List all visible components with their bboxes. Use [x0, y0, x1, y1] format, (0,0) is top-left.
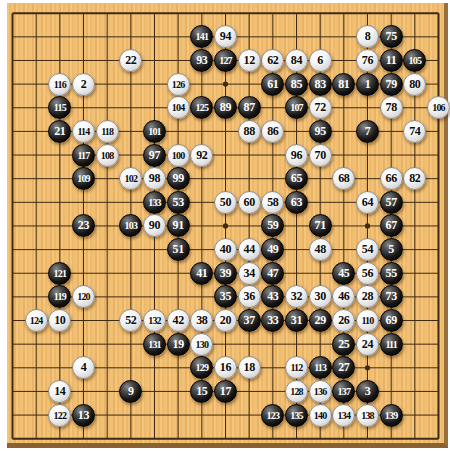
stone-white-114: 114	[72, 120, 95, 143]
move-number: 105	[409, 54, 422, 65]
move-number: 5	[388, 242, 394, 257]
move-number: 140	[314, 409, 327, 420]
move-number: 15	[196, 383, 207, 398]
go-board[interactable]: 1419487522931271262846761110511621266185…	[7, 3, 448, 448]
move-number: 27	[338, 360, 349, 375]
move-number: 122	[54, 409, 67, 420]
stone-white-88: 88	[238, 120, 261, 143]
move-number: 34	[243, 265, 254, 280]
stone-black-19: 19	[167, 333, 190, 356]
stone-white-40: 40	[214, 238, 237, 261]
move-number: 95	[314, 123, 325, 138]
move-number: 71	[314, 218, 325, 233]
stone-black-39: 39	[214, 262, 237, 285]
move-number: 62	[267, 52, 278, 67]
move-number: 100	[172, 149, 185, 160]
move-number: 4	[81, 360, 87, 375]
stone-white-54: 54	[356, 238, 379, 261]
move-number: 136	[314, 385, 327, 396]
stone-black-67: 67	[380, 214, 403, 237]
move-number: 33	[267, 313, 278, 328]
move-number: 97	[149, 147, 160, 162]
move-number: 47	[267, 265, 278, 280]
stone-white-84: 84	[285, 49, 308, 72]
star-point	[223, 82, 228, 87]
stone-white-44: 44	[238, 238, 261, 261]
move-number: 110	[361, 315, 373, 326]
move-number: 108	[101, 149, 114, 160]
move-number: 112	[290, 362, 302, 373]
stone-black-17: 17	[214, 380, 237, 403]
stone-white-140: 140	[309, 404, 332, 427]
move-number: 83	[314, 76, 325, 91]
move-number: 51	[172, 242, 183, 257]
move-number: 53	[172, 194, 183, 209]
move-number: 79	[385, 76, 396, 91]
move-number: 137	[338, 385, 351, 396]
move-number: 86	[267, 123, 278, 138]
stone-black-97: 97	[143, 144, 166, 167]
move-number: 20	[220, 313, 231, 328]
move-number: 138	[361, 409, 374, 420]
stone-black-81: 81	[332, 73, 355, 96]
stone-black-87: 87	[238, 96, 261, 119]
move-number: 59	[267, 218, 278, 233]
move-number: 58	[267, 194, 278, 209]
move-number: 38	[196, 313, 207, 328]
stone-white-118: 118	[96, 120, 119, 143]
move-number: 29	[314, 313, 325, 328]
stone-white-116: 116	[48, 73, 71, 96]
move-number: 80	[409, 76, 420, 91]
move-number: 82	[409, 171, 420, 186]
move-number: 103	[125, 220, 138, 231]
stone-white-138: 138	[356, 404, 379, 427]
stone-black-127: 127	[214, 49, 237, 72]
move-number: 63	[291, 194, 302, 209]
stone-black-79: 79	[380, 73, 403, 96]
move-number: 31	[291, 313, 302, 328]
move-number: 22	[125, 52, 136, 67]
move-number: 88	[243, 123, 254, 138]
stone-black-45: 45	[332, 262, 355, 285]
move-number: 14	[54, 383, 65, 398]
move-number: 92	[196, 147, 207, 162]
stone-black-5: 5	[380, 238, 403, 261]
move-number: 69	[385, 313, 396, 328]
stone-black-111: 111	[380, 333, 403, 356]
go-kifu-screenshot: { "game": "go", "board_size": 19, "diagr…	[0, 0, 450, 453]
stone-white-58: 58	[261, 191, 284, 214]
move-number: 94	[220, 29, 231, 44]
move-number: 12	[243, 52, 254, 67]
move-number: 10	[54, 313, 65, 328]
move-number: 1	[365, 76, 371, 91]
stone-black-13: 13	[72, 404, 95, 427]
move-number: 134	[338, 409, 351, 420]
stone-white-80: 80	[403, 73, 426, 96]
stone-black-55: 55	[380, 262, 403, 285]
stone-black-41: 41	[190, 262, 213, 285]
move-number: 118	[101, 125, 113, 136]
stone-white-42: 42	[167, 309, 190, 332]
stone-white-2: 2	[72, 73, 95, 96]
move-number: 32	[291, 289, 302, 304]
move-number: 85	[291, 76, 302, 91]
move-number: 61	[267, 76, 278, 91]
stone-black-61: 61	[261, 73, 284, 96]
stone-black-31: 31	[285, 309, 308, 332]
move-number: 39	[220, 265, 231, 280]
move-number: 117	[77, 149, 89, 160]
stone-black-7: 7	[356, 120, 379, 143]
move-number: 3	[365, 383, 371, 398]
stone-black-53: 53	[167, 191, 190, 214]
stone-white-30: 30	[309, 285, 332, 308]
stone-black-113: 113	[309, 356, 332, 379]
move-number: 125	[196, 102, 209, 113]
move-number: 123	[267, 409, 280, 420]
stone-black-83: 83	[309, 73, 332, 96]
move-number: 74	[409, 123, 420, 138]
move-number: 90	[149, 218, 160, 233]
move-number: 24	[362, 336, 373, 351]
move-number: 7	[365, 123, 371, 138]
stone-black-3: 3	[356, 380, 379, 403]
move-number: 98	[149, 171, 160, 186]
stone-black-85: 85	[285, 73, 308, 96]
move-number: 96	[291, 147, 302, 162]
move-number: 113	[314, 362, 326, 373]
move-number: 102	[125, 173, 138, 184]
move-number: 67	[385, 218, 396, 233]
stone-black-29: 29	[309, 309, 332, 332]
move-number: 50	[220, 194, 231, 209]
stone-white-96: 96	[285, 144, 308, 167]
move-number: 73	[385, 289, 396, 304]
move-number: 133	[148, 196, 161, 207]
move-number: 75	[385, 29, 396, 44]
move-number: 129	[196, 362, 209, 373]
move-number: 126	[172, 78, 185, 89]
stone-white-18: 18	[238, 356, 261, 379]
move-number: 18	[243, 360, 254, 375]
move-number: 65	[291, 171, 302, 186]
stone-black-121: 121	[48, 262, 71, 285]
stone-white-126: 126	[167, 73, 190, 96]
stone-white-136: 136	[309, 380, 332, 403]
move-number: 131	[148, 338, 161, 349]
move-number: 28	[362, 289, 373, 304]
move-number: 8	[365, 29, 371, 44]
stone-black-25: 25	[332, 333, 355, 356]
move-number: 43	[267, 289, 278, 304]
stone-white-20: 20	[214, 309, 237, 332]
move-number: 48	[314, 242, 325, 257]
move-number: 120	[77, 291, 90, 302]
stone-black-117: 117	[72, 144, 95, 167]
move-number: 109	[77, 173, 90, 184]
stone-white-76: 76	[356, 49, 379, 72]
stone-white-64: 64	[356, 191, 379, 214]
move-number: 13	[78, 407, 89, 422]
stone-black-131: 131	[143, 333, 166, 356]
move-number: 68	[338, 171, 349, 186]
stone-white-122: 122	[48, 404, 71, 427]
move-number: 16	[220, 360, 231, 375]
move-number: 141	[196, 31, 209, 42]
stone-black-51: 51	[167, 238, 190, 261]
move-number: 66	[385, 171, 396, 186]
move-number: 54	[362, 242, 373, 257]
move-number: 107	[290, 102, 303, 113]
move-number: 36	[243, 289, 254, 304]
move-number: 57	[385, 194, 396, 209]
stone-black-69: 69	[380, 309, 403, 332]
move-number: 72	[314, 100, 325, 115]
move-number: 93	[196, 52, 207, 67]
move-number: 40	[220, 242, 231, 257]
move-number: 91	[172, 218, 183, 233]
stone-white-34: 34	[238, 262, 261, 285]
move-number: 30	[314, 289, 325, 304]
move-number: 9	[128, 383, 134, 398]
stone-white-104: 104	[167, 96, 190, 119]
move-number: 111	[385, 338, 397, 349]
star-point	[223, 223, 228, 228]
move-number: 45	[338, 265, 349, 280]
move-number: 81	[338, 76, 349, 91]
move-number: 99	[172, 171, 183, 186]
stone-black-57: 57	[380, 191, 403, 214]
stone-white-70: 70	[309, 144, 332, 167]
move-number: 17	[220, 383, 231, 398]
stone-white-56: 56	[356, 262, 379, 285]
stone-black-133: 133	[143, 191, 166, 214]
move-number: 26	[338, 313, 349, 328]
stone-black-91: 91	[167, 214, 190, 237]
stone-black-139: 139	[380, 404, 403, 427]
move-number: 64	[362, 194, 373, 209]
move-number: 42	[172, 313, 183, 328]
move-number: 128	[290, 385, 303, 396]
stone-black-135: 135	[285, 404, 308, 427]
move-number: 119	[54, 291, 66, 302]
stone-white-50: 50	[214, 191, 237, 214]
stone-black-73: 73	[380, 285, 403, 308]
move-number: 6	[317, 52, 323, 67]
move-number: 23	[78, 218, 89, 233]
move-number: 130	[196, 338, 209, 349]
stone-black-47: 47	[261, 262, 284, 285]
stone-black-95: 95	[309, 120, 332, 143]
move-number: 44	[243, 242, 254, 257]
stone-white-106: 106	[427, 96, 450, 119]
move-number: 84	[291, 52, 302, 67]
move-number: 89	[220, 100, 231, 115]
move-number: 87	[243, 100, 254, 115]
stone-black-1: 1	[356, 73, 379, 96]
move-number: 70	[314, 147, 325, 162]
move-number: 76	[362, 52, 373, 67]
stone-black-63: 63	[285, 191, 308, 214]
stone-white-132: 132	[143, 309, 166, 332]
move-number: 127	[219, 54, 232, 65]
move-number: 35	[220, 289, 231, 304]
move-number: 116	[54, 78, 66, 89]
stone-black-75: 75	[380, 25, 403, 48]
stone-white-12: 12	[238, 49, 261, 72]
stone-white-6: 6	[309, 49, 332, 72]
move-number: 106	[432, 102, 445, 113]
stone-white-110: 110	[356, 309, 379, 332]
stone-white-130: 130	[190, 333, 213, 356]
stone-white-124: 124	[25, 309, 48, 332]
stone-black-101: 101	[143, 120, 166, 143]
stone-black-123: 123	[261, 404, 284, 427]
star-point	[365, 365, 370, 370]
move-number: 104	[172, 102, 185, 113]
move-number: 135	[290, 409, 303, 420]
move-number: 60	[243, 194, 254, 209]
stone-white-78: 78	[380, 96, 403, 119]
move-number: 49	[267, 242, 278, 257]
move-number: 11	[386, 52, 397, 67]
move-number: 37	[243, 313, 254, 328]
move-number: 21	[54, 123, 65, 138]
move-number: 101	[148, 125, 161, 136]
stone-white-48: 48	[309, 238, 332, 261]
stone-white-24: 24	[356, 333, 379, 356]
move-number: 2	[81, 76, 87, 91]
move-number: 19	[172, 336, 183, 351]
stone-black-11: 11	[380, 49, 403, 72]
stone-black-37: 37	[238, 309, 261, 332]
move-number: 46	[338, 289, 349, 304]
move-number: 114	[77, 125, 89, 136]
stone-white-134: 134	[332, 404, 355, 427]
move-number: 55	[385, 265, 396, 280]
stone-white-72: 72	[309, 96, 332, 119]
stone-white-128: 128	[285, 380, 308, 403]
move-number: 121	[54, 267, 67, 278]
stone-white-60: 60	[238, 191, 261, 214]
move-number: 25	[338, 336, 349, 351]
move-number: 139	[385, 409, 398, 420]
stone-white-108: 108	[96, 144, 119, 167]
stone-black-99: 99	[167, 167, 190, 190]
move-number: 124	[30, 315, 43, 326]
move-number: 56	[362, 265, 373, 280]
star-point	[365, 223, 370, 228]
move-number: 132	[148, 315, 161, 326]
move-number: 41	[196, 265, 207, 280]
stone-white-66: 66	[380, 167, 403, 190]
stone-white-100: 100	[167, 144, 190, 167]
move-number: 52	[125, 313, 136, 328]
stone-white-36: 36	[238, 285, 261, 308]
move-number: 115	[54, 102, 66, 113]
stone-white-92: 92	[190, 144, 213, 167]
stone-black-71: 71	[309, 214, 332, 237]
move-number: 78	[385, 100, 396, 115]
